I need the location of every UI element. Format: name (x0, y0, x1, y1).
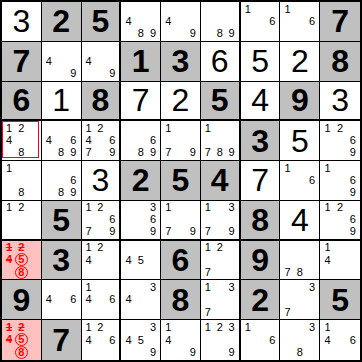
cell-r6c3[interactable]: 12679 (82, 201, 122, 241)
cell-r3c9[interactable]: 3 (320, 82, 360, 122)
cell-r4c8[interactable]: 5 (280, 121, 320, 161)
cell-r1c4[interactable]: 489 (121, 2, 161, 42)
candidate-grid: 369 (122, 202, 159, 238)
candidate-slot-1: 1 (202, 242, 214, 254)
candidate-slot-4 (202, 334, 214, 347)
candidate-slot-1: 1 (321, 162, 334, 174)
candidate-slot-7 (281, 346, 293, 359)
candidate-slot-7: 7 (202, 306, 214, 318)
candidate-slot-9: 9 (106, 67, 118, 79)
candidate-digit: 9 (190, 226, 196, 237)
cell-r2c5[interactable]: 3 (161, 42, 201, 82)
candidate-slot-4: 4 (43, 294, 55, 306)
candidate-slot-2 (294, 321, 306, 334)
cell-r2c9[interactable]: 8 (320, 42, 360, 82)
candidate-grid: 169 (321, 162, 359, 199)
cell-r2c6[interactable]: 6 (201, 42, 241, 82)
candidate-digit: 4 (85, 294, 91, 305)
solved-digit: 7 (132, 84, 150, 116)
candidate-slot-5 (135, 15, 147, 27)
candidate-slot-6 (187, 334, 199, 347)
candidate-slot-4 (3, 214, 15, 226)
candidate-slot-2 (135, 281, 147, 293)
candidate-slot-8 (174, 28, 186, 40)
cell-r6c7[interactable]: 8 (241, 201, 281, 241)
candidate-slot-4: 4 (83, 55, 95, 67)
candidate-grid: 16 (281, 3, 318, 40)
candidate-slot-9 (306, 28, 318, 40)
candidate-slot-7: 7 (83, 147, 95, 159)
candidate-slot-8 (94, 226, 106, 238)
cell-r6c5[interactable]: 179 (161, 201, 201, 241)
candidate-slot-4 (281, 174, 293, 186)
candidate-digit: 6 (150, 214, 156, 225)
candidate-slot-8 (94, 346, 106, 359)
candidate-slot-8: 8 (15, 187, 27, 199)
candidate-slot-7 (162, 28, 174, 40)
candidate-slot-1: 1 (321, 202, 334, 214)
candidate-digit: 6 (109, 294, 115, 305)
candidate-digit: 4 (85, 255, 91, 266)
candidate-digit: 2 (97, 202, 103, 213)
cell-r8c7[interactable]: 2 (241, 280, 281, 320)
candidate-digit: 3 (229, 202, 235, 213)
given-digit: 5 (211, 84, 229, 116)
cell-r4c1[interactable]: 1248 (2, 121, 42, 161)
candidate-digit: 3 (229, 322, 235, 333)
cell-r4c7[interactable]: 3 (241, 121, 281, 161)
cell-r1c1[interactable]: 3 (2, 2, 42, 42)
cell-r8c4[interactable]: 34 (121, 280, 161, 320)
candidate-digit: 1 (85, 123, 91, 134)
cell-r9c1[interactable]: 12458 (2, 320, 42, 360)
candidate-digit: 6 (350, 175, 356, 186)
candidate-slot-4: 4 (321, 334, 334, 347)
cell-r7c1[interactable]: 12458 (2, 241, 42, 281)
cell-r7c3[interactable]: 124 (82, 241, 122, 281)
candidate-slot-9: 9 (346, 226, 359, 238)
candidate-slot-1 (162, 3, 174, 15)
candidate-slot-4 (162, 214, 174, 226)
cell-r5c6[interactable]: 4 (201, 161, 241, 201)
candidate-slot-9: 9 (106, 226, 118, 238)
candidate-digit: 6 (309, 16, 315, 27)
candidate-slot-3 (187, 122, 199, 134)
candidate-slot-3 (28, 202, 40, 214)
candidate-digit: 5 (138, 335, 144, 346)
candidate-slot-9 (306, 346, 318, 359)
candidate-slot-2 (334, 242, 347, 254)
candidate-slot-9 (306, 266, 318, 278)
candidate-slot-6 (226, 334, 238, 347)
candidate-slot-3 (106, 242, 118, 254)
candidate-slot-4 (122, 214, 134, 226)
solved-digit: 3 (92, 164, 110, 196)
candidate-slot-5: 5 (135, 254, 147, 266)
candidate-slot-6 (28, 214, 40, 226)
cell-r1c7[interactable]: 16 (241, 2, 281, 42)
cell-r7c5[interactable]: 6 (161, 241, 201, 281)
candidate-slot-5 (15, 135, 27, 147)
cell-r7c9[interactable]: 14 (320, 241, 360, 281)
candidate-digit: 1 (6, 163, 12, 174)
candidate-grid: 1246 (83, 321, 119, 359)
candidate-slot-8 (254, 28, 266, 40)
candidate-slot-6 (28, 174, 40, 186)
cell-r3c1[interactable]: 6 (2, 82, 42, 122)
candidate-digit: 2 (18, 123, 24, 134)
candidate-slot-3 (106, 43, 118, 55)
candidate-digit: 6 (269, 16, 275, 27)
candidate-slot-8 (334, 187, 347, 199)
candidate-digit: 3 (150, 282, 156, 293)
candidate-slot-1 (122, 242, 134, 254)
cell-r5c7[interactable]: 7 (241, 161, 281, 201)
candidate-grid: 146 (321, 321, 359, 359)
cell-r9c9[interactable]: 146 (320, 320, 360, 360)
candidate-digit: 1 (285, 4, 291, 15)
cell-r9c4[interactable]: 3459 (121, 320, 161, 360)
candidate-slot-6: 6 (67, 294, 79, 306)
candidate-slot-9 (28, 266, 40, 279)
candidate-digit: 4 (125, 255, 131, 266)
candidate-slot-6 (147, 15, 159, 27)
candidate-slot-5 (94, 55, 106, 67)
candidate-digit: 4 (85, 56, 91, 67)
candidate-slot-8 (135, 266, 147, 278)
candidate-slot-7: 7 (83, 226, 95, 238)
candidate-slot-4: 4 (43, 55, 55, 67)
candidate-digit: 8 (58, 187, 64, 198)
candidate-digit: 9 (150, 226, 156, 237)
candidate-digit: 8 (297, 347, 303, 358)
candidate-slot-8 (15, 226, 27, 238)
cell-r4c6[interactable]: 1789 (201, 121, 241, 161)
candidate-digit: 1 (324, 242, 330, 253)
candidate-slot-3 (226, 3, 238, 15)
candidate-slot-1: 1 (202, 122, 214, 134)
cell-r5c4[interactable]: 2 (121, 161, 161, 201)
candidate-digit: 1 (205, 202, 211, 213)
cell-r7c2[interactable]: 3 (42, 241, 82, 281)
candidate-digit: 2 (97, 242, 103, 253)
cell-r9c6[interactable]: 1239 (201, 320, 241, 360)
candidate-digit: 6 (109, 335, 115, 346)
candidate-slot-4: 4 (122, 15, 134, 27)
cell-r5c2[interactable]: 689 (42, 161, 82, 201)
candidate-digit: 1 (85, 242, 91, 253)
candidate-slot-1: 1 (3, 321, 15, 333)
candidate-slot-4 (202, 294, 214, 306)
cell-r6c8[interactable]: 4 (280, 201, 320, 241)
candidate-grid: 34 (122, 281, 159, 318)
candidate-grid: 38 (281, 321, 318, 359)
candidate-slot-9 (67, 306, 79, 318)
candidate-slot-6: 6 (147, 214, 159, 226)
candidate-slot-7 (43, 147, 55, 159)
candidate-slot-4: 4 (321, 254, 334, 266)
candidate-slot-4 (202, 214, 214, 226)
candidate-grid: 18 (3, 162, 40, 199)
cell-r9c8[interactable]: 38 (280, 320, 320, 360)
cell-r7c8[interactable]: 78 (280, 241, 320, 281)
cell-r2c1[interactable]: 7 (2, 42, 42, 82)
cell-r9c2[interactable]: 7 (42, 320, 82, 360)
candidate-slot-7 (321, 147, 334, 159)
candidate-digit: 2 (97, 322, 103, 333)
cell-r1c3[interactable]: 5 (82, 2, 122, 42)
candidate-grid: 1248 (3, 122, 40, 159)
candidate-slot-3 (226, 242, 238, 254)
candidate-slot-2: 2 (334, 202, 347, 214)
given-digit: 6 (172, 244, 190, 276)
candidate-digit: 4 (125, 335, 131, 346)
candidate-digit: 1 (85, 282, 91, 293)
candidate-digit: 7 (205, 226, 211, 237)
candidate-slot-6 (226, 135, 238, 147)
candidate-slot-1 (122, 281, 134, 293)
candidate-slot-6: 6 (346, 174, 359, 186)
candidate-slot-6: 6 (306, 15, 318, 27)
cell-r6c6[interactable]: 1379 (201, 201, 241, 241)
candidate-slot-6 (306, 254, 318, 266)
given-digit: 8 (92, 84, 110, 116)
given-digit: 2 (132, 164, 150, 196)
candidate-slot-7 (162, 346, 174, 359)
candidate-slot-1 (202, 3, 214, 15)
candidate-slot-6 (28, 333, 40, 346)
candidate-slot-1: 1 (83, 321, 95, 334)
candidate-digit: 6 (70, 294, 76, 305)
cell-r1c6[interactable]: 89 (201, 2, 241, 42)
cell-r3c2[interactable]: 1 (42, 82, 82, 122)
given-digit: 2 (251, 284, 269, 316)
cell-r7c6[interactable]: 127 (201, 241, 241, 281)
given-digit: 4 (211, 164, 229, 196)
candidate-slot-7 (83, 306, 95, 318)
sudoku-board: 3254894989161677494913652861872549312484… (0, 0, 362, 362)
cell-r7c7[interactable]: 9 (241, 241, 281, 281)
solved-digit: 7 (251, 164, 269, 196)
candidate-slot-3 (147, 3, 159, 15)
candidate-digit: 8 (297, 267, 303, 278)
cell-r2c4[interactable]: 1 (121, 42, 161, 82)
candidate-slot-7 (122, 28, 134, 40)
candidate-digit: 9 (150, 347, 156, 358)
candidate-slot-6: 6 (266, 334, 278, 347)
given-digit: 8 (331, 45, 349, 77)
candidate-slot-3: 3 (147, 281, 159, 293)
candidate-slot-8 (214, 306, 226, 318)
candidate-slot-1: 1 (281, 3, 293, 15)
candidate-slot-7 (202, 28, 214, 40)
candidate-slot-8 (214, 226, 226, 238)
candidate-grid: 124 (83, 242, 119, 279)
cell-r9c7[interactable]: 16 (241, 320, 281, 360)
cell-r8c6[interactable]: 137 (201, 280, 241, 320)
cell-r8c5[interactable]: 8 (161, 280, 201, 320)
candidate-slot-2 (214, 281, 226, 293)
candidate-slot-5 (214, 214, 226, 226)
candidate-slot-2: 2 (334, 122, 347, 134)
solved-digit: 2 (172, 84, 190, 116)
candidate-slot-2: 2 (94, 122, 106, 134)
candidate-slot-4 (202, 135, 214, 147)
candidate-slot-9: 9 (67, 147, 79, 159)
candidate-slot-5 (334, 214, 347, 226)
candidate-slot-7 (3, 147, 15, 159)
cell-r2c3[interactable]: 49 (82, 42, 122, 82)
given-digit: 5 (52, 204, 70, 236)
candidate-digit: 6 (150, 135, 156, 146)
candidate-slot-4 (321, 135, 334, 147)
cell-r6c9[interactable]: 1269 (320, 201, 360, 241)
candidate-grid: 124679 (83, 122, 119, 159)
candidate-slot-7 (122, 346, 134, 359)
cell-r5c3[interactable]: 3 (82, 161, 122, 201)
candidate-slot-9: 9 (147, 28, 159, 40)
candidate-grid: 146 (83, 281, 119, 318)
candidate-slot-4: 4 (83, 254, 95, 266)
cell-r3c5[interactable]: 2 (161, 82, 201, 122)
candidate-digit: 6 (109, 214, 115, 225)
candidate-slot-2 (294, 281, 306, 293)
candidate-slot-9: 9 (67, 67, 79, 79)
cell-r9c5[interactable]: 149 (161, 320, 201, 360)
candidate-grid: 46 (43, 281, 80, 318)
candidate-slot-3 (187, 321, 199, 334)
candidate-slot-3 (266, 321, 278, 334)
candidate-digit-struck: 1 (6, 242, 12, 253)
cell-r8c8[interactable]: 37 (280, 280, 320, 320)
cell-r4c9[interactable]: 1269 (320, 121, 360, 161)
candidate-slot-6: 6 (106, 214, 118, 226)
candidate-slot-6 (187, 135, 199, 147)
cell-r1c2[interactable]: 2 (42, 2, 82, 42)
cell-r9c3[interactable]: 1246 (82, 320, 122, 360)
candidate-digit: 1 (245, 322, 251, 333)
candidate-slot-1: 1 (3, 162, 15, 174)
candidate-slot-8 (94, 147, 106, 159)
cell-r3c8[interactable]: 9 (280, 82, 320, 122)
cell-r8c9[interactable]: 5 (320, 280, 360, 320)
candidate-slot-4 (43, 174, 55, 186)
candidate-digit: 1 (285, 163, 291, 174)
candidate-slot-4 (242, 334, 254, 347)
candidate-slot-2: 2 (15, 321, 28, 333)
given-digit: 9 (251, 244, 269, 276)
candidate-slot-4: 4 (43, 135, 55, 147)
candidate-slot-1: 1 (162, 321, 174, 334)
candidate-slot-5 (135, 214, 147, 226)
cell-r6c2[interactable]: 5 (42, 201, 82, 241)
candidate-digit: 6 (109, 135, 115, 146)
cell-r5c1[interactable]: 18 (2, 161, 42, 201)
candidate-slot-6 (28, 253, 40, 266)
candidate-slot-2: 2 (214, 321, 226, 334)
cell-r4c2[interactable]: 4689 (42, 121, 82, 161)
candidate-slot-6: 6 (67, 135, 79, 147)
candidate-slot-1: 1 (202, 321, 214, 334)
candidate-grid: 12458 (3, 321, 40, 359)
candidate-slot-5 (294, 334, 306, 347)
candidate-digit-struck: 4 (6, 254, 12, 265)
given-digit: 3 (251, 125, 269, 157)
cell-r3c6[interactable]: 5 (201, 82, 241, 122)
cell-r1c8[interactable]: 16 (280, 2, 320, 42)
candidate-digit: 6 (350, 335, 356, 346)
cell-r5c9[interactable]: 169 (320, 161, 360, 201)
candidate-slot-1: 1 (202, 281, 214, 293)
candidate-slot-3 (306, 162, 318, 174)
candidate-digit: 9 (229, 28, 235, 39)
cell-r2c7[interactable]: 5 (241, 42, 281, 82)
cell-r5c8[interactable]: 16 (280, 161, 320, 201)
cell-r2c2[interactable]: 49 (42, 42, 82, 82)
cell-r8c1[interactable]: 9 (2, 280, 42, 320)
candidate-slot-3 (226, 122, 238, 134)
cell-r5c5[interactable]: 5 (161, 161, 201, 201)
cell-r3c4[interactable]: 7 (121, 82, 161, 122)
cell-r8c2[interactable]: 46 (42, 280, 82, 320)
solved-digit: 4 (291, 204, 309, 236)
cell-r6c4[interactable]: 369 (121, 201, 161, 241)
candidate-slot-8 (174, 226, 186, 238)
cell-r8c3[interactable]: 146 (82, 280, 122, 320)
candidate-digit: 3 (150, 322, 156, 333)
cell-r3c3[interactable]: 8 (82, 82, 122, 122)
candidate-slot-1 (43, 162, 55, 174)
candidate-slot-9 (147, 306, 159, 318)
cell-r2c8[interactable]: 2 (280, 42, 320, 82)
cell-r1c9[interactable]: 7 (320, 2, 360, 42)
cell-r1c5[interactable]: 49 (161, 2, 201, 42)
candidate-slot-1: 1 (83, 242, 95, 254)
cell-r3c7[interactable]: 4 (241, 82, 281, 122)
candidate-slot-2 (15, 162, 27, 174)
candidate-digit: 9 (190, 147, 196, 158)
candidate-slot-3 (346, 242, 359, 254)
candidate-slot-4: 4 (83, 294, 95, 306)
cell-r4c4[interactable]: 689 (121, 121, 161, 161)
cell-r4c3[interactable]: 124679 (82, 121, 122, 161)
cell-r4c5[interactable]: 179 (161, 121, 201, 161)
candidate-digit: 7 (285, 307, 291, 318)
candidate-slot-9 (28, 187, 40, 199)
candidate-slot-3 (306, 242, 318, 254)
candidate-slot-7: 7 (162, 147, 174, 159)
candidate-slot-4: 4 (122, 334, 134, 347)
candidate-digit: 9 (150, 147, 156, 158)
candidate-digit: 7 (85, 147, 91, 158)
candidate-slot-3 (306, 3, 318, 15)
candidate-slot-6 (106, 254, 118, 266)
candidate-slot-4 (202, 254, 214, 266)
cell-r6c1[interactable]: 12 (2, 201, 42, 241)
candidate-digit: 7 (165, 226, 171, 237)
candidate-slot-7 (242, 28, 254, 40)
candidate-slot-7: 7 (202, 226, 214, 238)
candidate-digit: 1 (6, 123, 12, 134)
candidate-slot-7 (43, 306, 55, 318)
candidate-slot-5 (294, 294, 306, 306)
candidate-slot-3 (147, 242, 159, 254)
cell-r7c4[interactable]: 45 (121, 241, 161, 281)
candidate-digit: 9 (190, 28, 196, 39)
candidate-digit: 8 (138, 147, 144, 158)
candidate-slot-7 (202, 346, 214, 359)
given-digit: 8 (251, 204, 269, 236)
